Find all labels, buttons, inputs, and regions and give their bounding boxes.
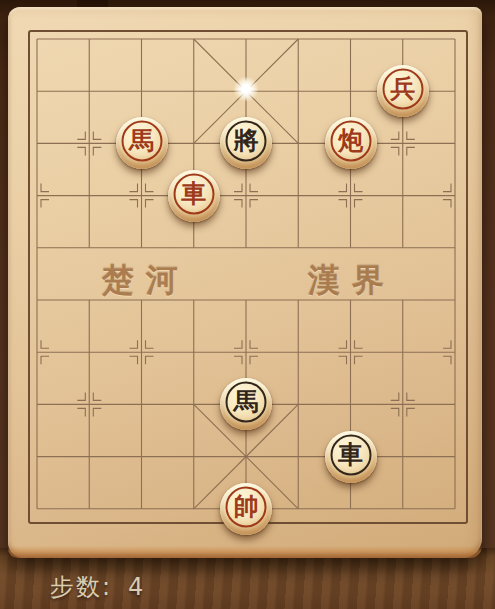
piece-ring: 炮: [330, 121, 371, 162]
game-screen: 楚河 漢界 兵馬將炮車馬車帥 步数:4: [0, 0, 495, 609]
piece-red-cannon[interactable]: 炮: [325, 117, 377, 169]
move-counter: 步数:4: [50, 571, 145, 603]
piece-red-horse[interactable]: 馬: [116, 117, 168, 169]
piece-black-chariot[interactable]: 車: [325, 431, 377, 483]
piece-glyph: 炮: [338, 128, 363, 153]
piece-black-horse[interactable]: 馬: [220, 378, 272, 430]
piece-glyph: 馬: [234, 389, 259, 414]
piece-ring: 車: [173, 173, 214, 214]
piece-ring: 將: [226, 121, 267, 162]
piece-glyph: 帥: [234, 493, 259, 518]
piece-black-general[interactable]: 將: [220, 117, 272, 169]
piece-red-chariot[interactable]: 車: [168, 170, 220, 222]
river-label-chuhe: 楚河: [102, 263, 190, 297]
river-label-hanjie: 漢界: [308, 263, 396, 297]
piece-glyph: 將: [234, 128, 259, 153]
move-counter-value: 4: [128, 573, 145, 601]
piece-ring: 兵: [382, 69, 423, 110]
move-counter-label: 步数:: [50, 573, 112, 601]
piece-red-soldier[interactable]: 兵: [377, 65, 429, 117]
piece-ring: 帥: [226, 486, 267, 527]
piece-ring: 車: [330, 434, 371, 475]
piece-glyph: 車: [338, 441, 363, 466]
piece-red-general[interactable]: 帥: [220, 483, 272, 535]
xiangqi-board[interactable]: 楚河 漢界 兵馬將炮車馬車帥: [8, 7, 482, 558]
piece-glyph: 馬: [129, 128, 154, 153]
piece-glyph: 車: [181, 180, 206, 205]
piece-ring: 馬: [226, 382, 267, 423]
piece-glyph: 兵: [390, 76, 415, 101]
piece-ring: 馬: [121, 121, 162, 162]
